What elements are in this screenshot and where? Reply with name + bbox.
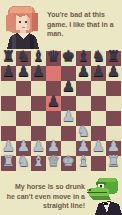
square-c1[interactable]: ♝ <box>31 156 46 171</box>
piece-black-pawn-e6[interactable]: ♟ <box>61 77 76 96</box>
piece-black-pawn-b7[interactable]: ♟ <box>16 62 31 81</box>
square-c7[interactable]: ♟ <box>31 66 46 81</box>
square-h4[interactable] <box>106 111 121 126</box>
square-a6[interactable] <box>1 81 16 96</box>
square-b1[interactable]: ♞ <box>16 156 31 171</box>
square-d5[interactable]: ♟ <box>46 96 61 111</box>
square-h7[interactable]: ♟ <box>106 66 121 81</box>
square-b6[interactable] <box>16 81 31 96</box>
square-g4[interactable] <box>91 111 106 126</box>
square-a7[interactable]: ♟ <box>1 66 16 81</box>
square-a4[interactable] <box>1 111 16 126</box>
player-portrait-crocodile <box>87 175 122 215</box>
square-a1[interactable]: ♜ <box>1 156 16 171</box>
square-d8[interactable]: ♛ <box>46 51 61 66</box>
piece-black-pawn-a7[interactable]: ♟ <box>1 62 16 81</box>
square-b4[interactable] <box>16 111 31 126</box>
piece-white-pawn-g2[interactable]: ♟ <box>91 137 106 156</box>
piece-black-pawn-c7[interactable]: ♟ <box>31 62 46 81</box>
piece-white-queen-d1[interactable]: ♛ <box>46 152 61 171</box>
piece-white-rook-h1[interactable]: ♜ <box>106 152 121 171</box>
piece-white-bishop-c1[interactable]: ♝ <box>31 152 46 171</box>
square-e6[interactable]: ♟ <box>61 81 76 96</box>
square-d4[interactable] <box>46 111 61 126</box>
square-g6[interactable] <box>91 81 106 96</box>
chess-board[interactable]: ♜♞♝♛♚♝♞♜♟♟♟♟♟♟♟♟♟♞♟♟♟♟♟♟♟♜♞♝♛♚♝♜ <box>1 51 121 171</box>
piece-black-pawn-d5[interactable]: ♟ <box>46 92 61 111</box>
square-f1[interactable]: ♝ <box>76 156 91 171</box>
piece-white-knight-b1[interactable]: ♞ <box>16 152 31 171</box>
piece-white-pawn-e4[interactable]: ♟ <box>61 107 76 126</box>
piece-black-pawn-h7[interactable]: ♟ <box>106 62 121 81</box>
square-c5[interactable] <box>31 96 46 111</box>
piece-black-king-e8[interactable]: ♚ <box>61 47 76 66</box>
square-c6[interactable] <box>31 81 46 96</box>
square-f7[interactable]: ♟ <box>76 66 91 81</box>
square-d1[interactable]: ♛ <box>46 156 61 171</box>
opponent-portrait-woman <box>3 3 40 49</box>
square-a5[interactable] <box>1 96 16 111</box>
player-dialogue: My horse is so drunk he can't even move … <box>0 171 122 215</box>
square-b7[interactable]: ♟ <box>16 66 31 81</box>
square-g1[interactable] <box>91 156 106 171</box>
piece-white-rook-a1[interactable]: ♜ <box>1 152 16 171</box>
square-h1[interactable]: ♜ <box>106 156 121 171</box>
square-e3[interactable] <box>61 126 76 141</box>
piece-black-queen-d8[interactable]: ♛ <box>46 47 61 66</box>
square-b5[interactable] <box>16 96 31 111</box>
square-f5[interactable] <box>76 96 91 111</box>
piece-black-pawn-g7[interactable]: ♟ <box>91 62 106 81</box>
square-e4[interactable]: ♟ <box>61 111 76 126</box>
piece-white-king-e1[interactable]: ♚ <box>61 152 76 171</box>
square-d7[interactable] <box>46 66 61 81</box>
opponent-dialogue: You're bad at this game. I like that in … <box>0 0 122 51</box>
player-speech-text: My horse is so drunk he can't even move … <box>0 171 85 215</box>
game-screen: You're bad at this game. I like that in … <box>0 0 122 215</box>
square-g7[interactable]: ♟ <box>91 66 106 81</box>
square-g2[interactable]: ♟ <box>91 141 106 156</box>
piece-black-pawn-f7[interactable]: ♟ <box>76 62 91 81</box>
square-g5[interactable] <box>91 96 106 111</box>
square-c4[interactable] <box>31 111 46 126</box>
piece-white-bishop-f1[interactable]: ♝ <box>76 152 91 171</box>
square-f6[interactable] <box>76 81 91 96</box>
square-h5[interactable] <box>106 96 121 111</box>
square-e1[interactable]: ♚ <box>61 156 76 171</box>
opponent-speech-text: You're bad at this game. I like that in … <box>40 0 122 51</box>
square-e8[interactable]: ♚ <box>61 51 76 66</box>
square-h6[interactable] <box>106 81 121 96</box>
